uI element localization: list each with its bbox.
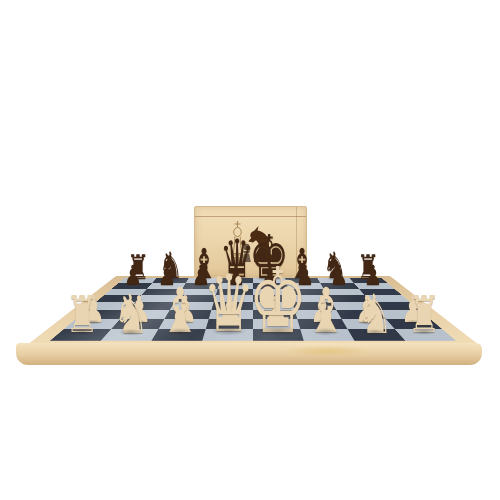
square-c5 [175, 295, 216, 302]
storage-box [194, 206, 307, 278]
square-e5 [253, 295, 292, 302]
square-c4 [170, 302, 214, 310]
chess-board [27, 276, 479, 345]
chess-set-photo-scene: ♜♞♝♛♚♝♞♜♟♟♟♟♟♟♟♟♟♟♟♟♟♟♟♟♜♞♝♛♚♝♞♜ [0, 0, 500, 500]
square-h3 [378, 310, 430, 319]
square-f4 [292, 302, 336, 310]
square-h2 [386, 319, 442, 329]
square-b4 [128, 302, 174, 310]
square-f1 [300, 329, 354, 341]
square-d1 [202, 329, 253, 341]
square-d5 [214, 295, 253, 302]
square-b5 [135, 295, 178, 302]
square-d3 [209, 310, 253, 319]
square-f2 [297, 319, 347, 329]
square-b3 [120, 310, 170, 319]
square-f5 [290, 295, 331, 302]
square-e3 [253, 310, 297, 319]
king-outline-icon [232, 221, 243, 261]
knight-icon [248, 226, 274, 262]
square-b1 [101, 329, 159, 341]
square-e2 [253, 319, 300, 329]
square-h4 [371, 302, 420, 310]
square-h5 [364, 295, 410, 302]
square-f3 [295, 310, 342, 319]
box-art [229, 219, 275, 265]
pawn-icon [242, 244, 251, 262]
board-grid [50, 278, 456, 341]
square-c3 [165, 310, 212, 319]
box-lid-seam [195, 216, 306, 217]
square-h1 [395, 329, 456, 341]
square-c2 [159, 319, 209, 329]
box-side-seam [296, 207, 297, 277]
square-e4 [253, 302, 295, 310]
square-d2 [206, 319, 253, 329]
square-c1 [152, 329, 206, 341]
board-front-edge [16, 343, 482, 365]
square-b2 [111, 319, 164, 329]
square-g5 [327, 295, 370, 302]
square-d4 [211, 302, 253, 310]
square-e1 [253, 329, 304, 341]
